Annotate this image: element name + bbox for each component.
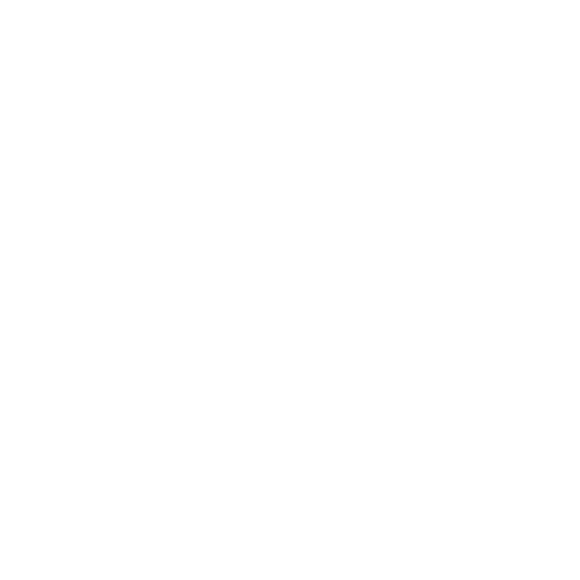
- go-board-diagram: [0, 0, 580, 580]
- go-board[interactable]: [24, 24, 547, 547]
